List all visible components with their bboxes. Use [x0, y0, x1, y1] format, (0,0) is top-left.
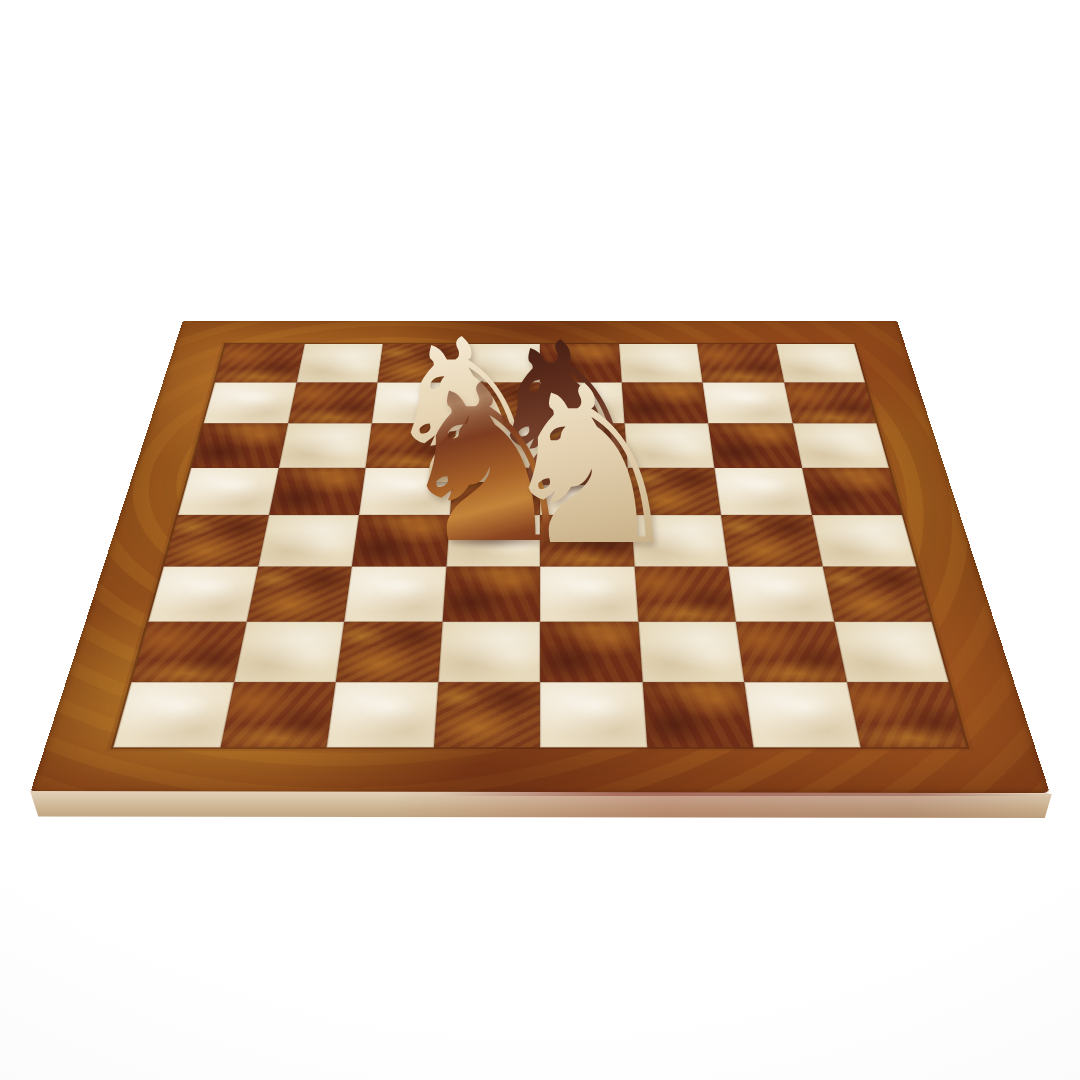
square-e2 [540, 622, 642, 682]
square-b6 [278, 423, 371, 467]
square-c2 [336, 622, 442, 682]
square-a7 [204, 382, 297, 423]
square-e1 [540, 682, 647, 748]
square-f2 [638, 622, 744, 682]
square-f1 [642, 682, 753, 748]
square-h5 [802, 468, 902, 515]
square-c1 [327, 682, 438, 748]
square-g3 [728, 566, 834, 621]
square-h8 [776, 344, 865, 382]
square-h4 [812, 515, 917, 566]
square-a2 [131, 622, 246, 682]
square-h3 [822, 566, 932, 621]
square-b2 [234, 622, 345, 682]
square-a4 [164, 515, 269, 566]
square-d2 [438, 622, 540, 682]
square-b7 [288, 382, 378, 423]
square-g6 [708, 423, 801, 467]
square-g2 [736, 622, 847, 682]
square-a1 [113, 682, 233, 748]
square-a8 [215, 344, 304, 382]
square-g5 [714, 468, 811, 515]
square-a5 [178, 468, 278, 515]
square-b3 [246, 566, 352, 621]
board-edge [28, 791, 1052, 818]
square-b8 [296, 344, 383, 382]
square-g8 [697, 344, 784, 382]
square-g4 [721, 515, 822, 566]
white-knight-e4: ♞ [493, 358, 688, 576]
square-h2 [834, 622, 949, 682]
square-d1 [433, 682, 540, 748]
square-h1 [846, 682, 966, 748]
square-h6 [792, 423, 888, 467]
square-g7 [702, 382, 792, 423]
square-a3 [148, 566, 258, 621]
square-g1 [744, 682, 860, 748]
square-b4 [258, 515, 359, 566]
square-b1 [220, 682, 336, 748]
square-b5 [269, 468, 366, 515]
photo-scene: ♞♞♞♞ [0, 0, 1080, 1080]
square-h7 [784, 382, 877, 423]
square-a6 [191, 423, 287, 467]
